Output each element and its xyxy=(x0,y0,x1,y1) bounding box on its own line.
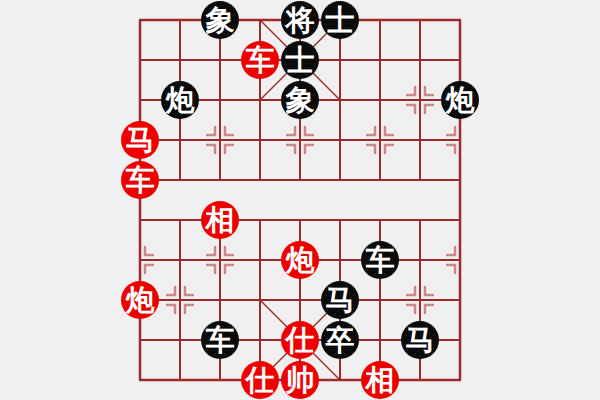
red-rook-piece[interactable]: 车 xyxy=(241,41,279,79)
black-elephant-piece[interactable]: 象 xyxy=(201,1,239,39)
black-advisor-piece[interactable]: 士 xyxy=(321,1,359,39)
red-elephant-piece[interactable]: 相 xyxy=(201,201,239,239)
red-cannon-piece[interactable]: 炮 xyxy=(281,241,319,279)
black-horse-piece[interactable]: 马 xyxy=(401,321,439,359)
black-general-piece[interactable]: 将 xyxy=(281,1,319,39)
black-elephant-piece[interactable]: 象 xyxy=(281,81,319,119)
red-general-piece[interactable]: 帅 xyxy=(281,361,319,399)
black-cannon-piece[interactable]: 炮 xyxy=(441,81,479,119)
pieces-layer: 象将士车士炮象炮马车相炮车炮马车仕卒马仕帅相 xyxy=(120,0,480,400)
red-horse-piece[interactable]: 马 xyxy=(121,121,159,159)
red-elephant-piece[interactable]: 相 xyxy=(361,361,399,399)
red-cannon-piece[interactable]: 炮 xyxy=(121,281,159,319)
black-advisor-piece[interactable]: 士 xyxy=(281,41,319,79)
red-advisor-piece[interactable]: 仕 xyxy=(281,321,319,359)
xiangqi-diagram: 象将士车士炮象炮马车相炮车炮马车仕卒马仕帅相 xyxy=(0,0,600,400)
red-rook-piece[interactable]: 车 xyxy=(121,161,159,199)
black-rook-piece[interactable]: 车 xyxy=(201,321,239,359)
black-horse-piece[interactable]: 马 xyxy=(321,281,359,319)
black-rook-piece[interactable]: 车 xyxy=(361,241,399,279)
red-advisor-piece[interactable]: 仕 xyxy=(241,361,279,399)
black-soldier-piece[interactable]: 卒 xyxy=(321,321,359,359)
black-cannon-piece[interactable]: 炮 xyxy=(161,81,199,119)
